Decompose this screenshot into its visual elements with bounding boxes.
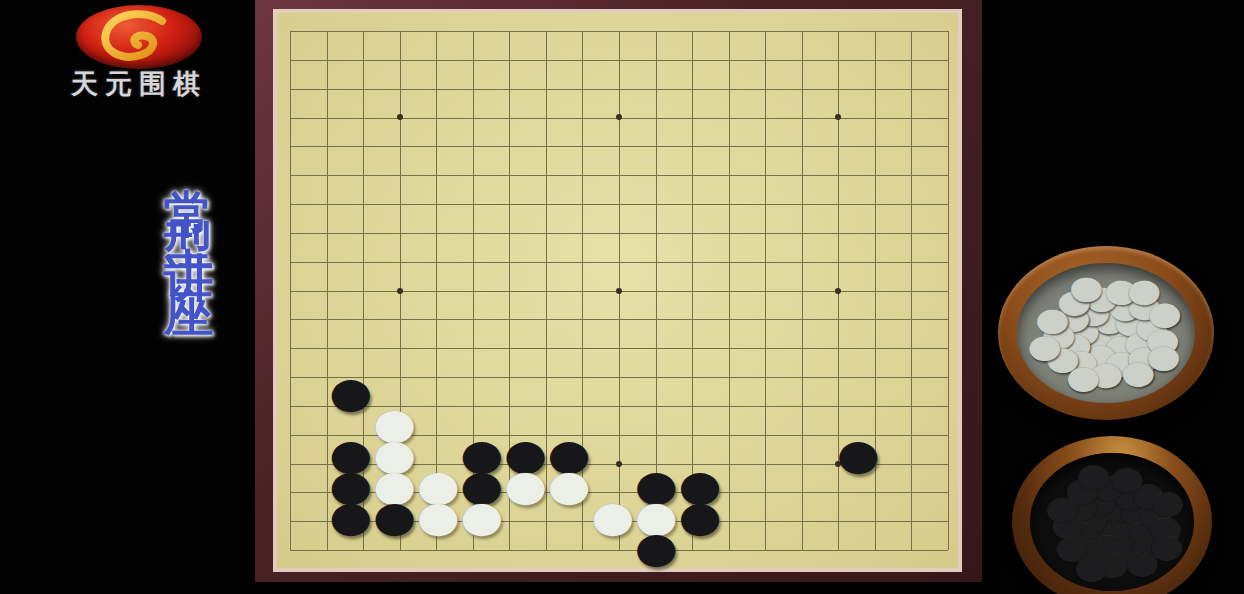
white-stone-bowl: ●●●●●●●●●●●●●●●●●●●●●●●●●●●●●●●●	[998, 246, 1214, 420]
black-stone-C2[interactable]: ●	[329, 502, 373, 533]
stone-glyph: ●	[329, 505, 373, 531]
white-bowl-stones: ●●●●●●●●●●●●●●●●●●●●●●●●●●●●●●●●	[1017, 263, 1194, 402]
stone-glyph: ●	[837, 443, 881, 469]
stone-glyph: ●	[373, 505, 417, 531]
black-bowl-stones: ●●●●●●●●●●●●●●●●●●●●●●●●●●●●●●	[1030, 453, 1194, 591]
bowl-stone: ●	[1125, 278, 1163, 302]
white-stone-H3[interactable]: ●	[547, 471, 591, 502]
white-stone-E2[interactable]: ●	[416, 502, 460, 533]
bowl-stone: ●	[1026, 333, 1065, 358]
stones-layer: ●●●●●●●●●●●●●●●●●●●●●●●●	[272, 17, 967, 565]
stone-glyph: ●	[416, 505, 460, 531]
go-board: ●●●●●●●●●●●●●●●●●●●●●●●●	[255, 0, 982, 582]
stone-glyph: ●	[591, 505, 635, 531]
bowl-stone: ●	[1145, 343, 1185, 370]
black-stone-bowl: ●●●●●●●●●●●●●●●●●●●●●●●●●●●●●●	[1012, 436, 1212, 594]
bowl-stone: ●	[1074, 462, 1115, 490]
board-grid: ●●●●●●●●●●●●●●●●●●●●●●●●	[290, 31, 948, 550]
stone-glyph: ●	[329, 381, 373, 407]
white-stone-F2[interactable]: ●	[460, 502, 504, 533]
logo-swirl-icon	[84, 9, 194, 65]
stone-glyph: ●	[635, 536, 679, 562]
stone-glyph: ●	[678, 505, 722, 531]
logo-brand-text: 天元围棋	[58, 66, 220, 102]
bowl-stone: ●	[1146, 488, 1187, 516]
board-surface[interactable]: ●●●●●●●●●●●●●●●●●●●●●●●●	[277, 13, 958, 568]
black-stone-K1[interactable]: ●	[635, 533, 679, 564]
black-stone-D2[interactable]: ●	[373, 502, 417, 533]
program-title: 常型讲座	[161, 148, 217, 276]
black-stone-Q4[interactable]: ●	[837, 440, 881, 471]
stone-glyph: ●	[547, 474, 591, 500]
black-stone-L2[interactable]: ●	[678, 502, 722, 533]
logo-dragon-g-icon	[76, 5, 202, 69]
bowl-stone: ●	[1067, 273, 1108, 301]
stone-glyph: ●	[504, 474, 548, 500]
white-stone-J2[interactable]: ●	[591, 502, 635, 533]
white-stone-G3[interactable]: ●	[504, 471, 548, 502]
bowl-stone: ●	[1071, 553, 1112, 582]
black-stone-C6[interactable]: ●	[329, 378, 373, 409]
bowl-stone: ●	[1148, 532, 1188, 559]
tv-frame: 天元围棋 常型讲座 ●●●●●●●●●●●●●●●●●●●●●●●● ●●●●●…	[0, 0, 1244, 594]
channel-logo: 天元围棋	[58, 2, 220, 100]
stone-glyph: ●	[460, 505, 504, 531]
bowl-stone: ●	[1041, 494, 1081, 521]
